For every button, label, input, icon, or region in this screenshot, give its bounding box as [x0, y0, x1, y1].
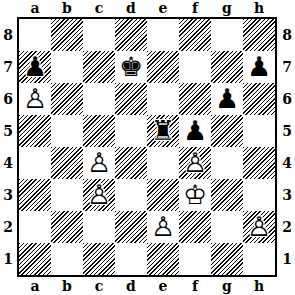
- square-e1[interactable]: [147, 243, 179, 275]
- rank-label-right-4: 4: [279, 147, 295, 179]
- rank-label-left-6: 6: [0, 83, 16, 115]
- file-labels-top: abcdefgh: [19, 0, 275, 16]
- rank-label-left-2: 2: [0, 211, 16, 243]
- square-d3[interactable]: [115, 179, 147, 211]
- square-b1[interactable]: [51, 243, 83, 275]
- piece-glyph: ♟: [243, 51, 275, 83]
- white-pawn-h2[interactable]: ♟♙: [243, 211, 275, 243]
- square-c8[interactable]: [83, 19, 115, 51]
- square-e4[interactable]: [147, 147, 179, 179]
- square-f5[interactable]: ♟: [179, 115, 211, 147]
- square-c7[interactable]: [83, 51, 115, 83]
- black-pawn-f5[interactable]: ♟: [179, 115, 211, 147]
- rank-label-right-8: 8: [279, 19, 295, 51]
- square-f4[interactable]: ♟♙: [179, 147, 211, 179]
- black-pawn-a7[interactable]: ♟: [19, 51, 51, 83]
- piece-glyph: ♟: [179, 115, 211, 147]
- square-h8[interactable]: [243, 19, 275, 51]
- square-h6[interactable]: [243, 83, 275, 115]
- piece-glyph: ♙: [243, 211, 275, 243]
- square-a1[interactable]: [19, 243, 51, 275]
- square-g4[interactable]: [211, 147, 243, 179]
- square-b4[interactable]: [51, 147, 83, 179]
- square-b3[interactable]: [51, 179, 83, 211]
- file-label-bottom-g: g: [211, 278, 243, 294]
- file-label-top-f: f: [179, 0, 211, 16]
- square-d1[interactable]: [115, 243, 147, 275]
- square-d5[interactable]: [115, 115, 147, 147]
- black-pawn-h7[interactable]: ♟: [243, 51, 275, 83]
- rank-label-right-7: 7: [279, 51, 295, 83]
- rank-label-left-7: 7: [0, 51, 16, 83]
- square-d2[interactable]: [115, 211, 147, 243]
- square-g2[interactable]: [211, 211, 243, 243]
- piece-glyph: ♟: [19, 51, 51, 83]
- file-label-bottom-a: a: [19, 278, 51, 294]
- piece-glyph: ♙: [83, 179, 115, 211]
- square-d4[interactable]: [115, 147, 147, 179]
- file-label-top-c: c: [83, 0, 115, 16]
- file-label-bottom-d: d: [115, 278, 147, 294]
- rank-label-left-8: 8: [0, 19, 16, 51]
- file-label-bottom-c: c: [83, 278, 115, 294]
- white-pawn-f4[interactable]: ♟♙: [179, 147, 211, 179]
- square-h7[interactable]: ♟: [243, 51, 275, 83]
- file-label-bottom-e: e: [147, 278, 179, 294]
- black-pawn-g6[interactable]: ♟: [211, 83, 243, 115]
- square-e8[interactable]: [147, 19, 179, 51]
- piece-glyph: ♙: [147, 211, 179, 243]
- rank-label-right-3: 3: [279, 179, 295, 211]
- square-h5[interactable]: [243, 115, 275, 147]
- square-b2[interactable]: [51, 211, 83, 243]
- square-g3[interactable]: [211, 179, 243, 211]
- square-h4[interactable]: [243, 147, 275, 179]
- square-g7[interactable]: [211, 51, 243, 83]
- square-h2[interactable]: ♟♙: [243, 211, 275, 243]
- square-b7[interactable]: [51, 51, 83, 83]
- white-pawn-a6[interactable]: ♟♙: [19, 83, 51, 115]
- file-label-bottom-h: h: [243, 278, 275, 294]
- rank-labels-left: 87654321: [0, 19, 16, 275]
- piece-glyph: ♙: [19, 83, 51, 115]
- square-e6[interactable]: [147, 83, 179, 115]
- file-label-top-g: g: [211, 0, 243, 16]
- file-label-top-d: d: [115, 0, 147, 16]
- piece-glyph: ♔: [179, 179, 211, 211]
- piece-glyph: ♟: [211, 83, 243, 115]
- square-c5[interactable]: [83, 115, 115, 147]
- square-a2[interactable]: [19, 211, 51, 243]
- square-a6[interactable]: ♟♙: [19, 83, 51, 115]
- file-label-top-h: h: [243, 0, 275, 16]
- square-f6[interactable]: [179, 83, 211, 115]
- rank-label-right-1: 1: [279, 243, 295, 275]
- file-label-top-a: a: [19, 0, 51, 16]
- square-c4[interactable]: ♟♙: [83, 147, 115, 179]
- square-f1[interactable]: [179, 243, 211, 275]
- square-c1[interactable]: [83, 243, 115, 275]
- piece-glyph: ♙: [179, 147, 211, 179]
- rank-label-right-2: 2: [279, 211, 295, 243]
- square-b8[interactable]: [51, 19, 83, 51]
- file-label-top-e: e: [147, 0, 179, 16]
- square-c6[interactable]: [83, 83, 115, 115]
- rank-labels-right: 87654321: [279, 19, 295, 275]
- square-a3[interactable]: [19, 179, 51, 211]
- square-a8[interactable]: [19, 19, 51, 51]
- square-f8[interactable]: [179, 19, 211, 51]
- square-b5[interactable]: [51, 115, 83, 147]
- square-b6[interactable]: [51, 83, 83, 115]
- white-pawn-e2[interactable]: ♟♙: [147, 211, 179, 243]
- white-pawn-c3[interactable]: ♟♙: [83, 179, 115, 211]
- square-e5[interactable]: ♜: [147, 115, 179, 147]
- file-label-bottom-b: b: [51, 278, 83, 294]
- chess-diagram: abcdefgh abcdefgh 87654321 87654321 ♟♚♟♟…: [0, 0, 295, 295]
- board: ♟♚♟♟♙♟♜♟♟♙♟♙♟♙♚♔♟♙♟♙: [17, 17, 277, 277]
- file-labels-bottom: abcdefgh: [19, 278, 275, 294]
- rank-label-left-3: 3: [0, 179, 16, 211]
- rank-label-right-6: 6: [279, 83, 295, 115]
- rank-label-left-1: 1: [0, 243, 16, 275]
- rank-label-right-5: 5: [279, 115, 295, 147]
- square-e2[interactable]: ♟♙: [147, 211, 179, 243]
- square-a5[interactable]: [19, 115, 51, 147]
- square-a4[interactable]: [19, 147, 51, 179]
- rank-label-left-4: 4: [0, 147, 16, 179]
- square-g5[interactable]: [211, 115, 243, 147]
- square-c3[interactable]: ♟♙: [83, 179, 115, 211]
- black-king-d7[interactable]: ♚: [115, 51, 147, 83]
- piece-glyph: ♚: [115, 51, 147, 83]
- square-g6[interactable]: ♟: [211, 83, 243, 115]
- rank-label-left-5: 5: [0, 115, 16, 147]
- square-e7[interactable]: [147, 51, 179, 83]
- square-e3[interactable]: [147, 179, 179, 211]
- square-d7[interactable]: ♚: [115, 51, 147, 83]
- file-label-top-b: b: [51, 0, 83, 16]
- square-h3[interactable]: [243, 179, 275, 211]
- white-king-f3[interactable]: ♚♔: [179, 179, 211, 211]
- white-pawn-c4[interactable]: ♟♙: [83, 147, 115, 179]
- square-d6[interactable]: [115, 83, 147, 115]
- square-d8[interactable]: [115, 19, 147, 51]
- square-f7[interactable]: [179, 51, 211, 83]
- square-h1[interactable]: [243, 243, 275, 275]
- piece-glyph: ♙: [83, 147, 115, 179]
- square-a7[interactable]: ♟: [19, 51, 51, 83]
- black-rook-e5[interactable]: ♜: [147, 115, 179, 147]
- square-f3[interactable]: ♚♔: [179, 179, 211, 211]
- square-g1[interactable]: [211, 243, 243, 275]
- square-g8[interactable]: [211, 19, 243, 51]
- file-label-bottom-f: f: [179, 278, 211, 294]
- square-f2[interactable]: [179, 211, 211, 243]
- piece-glyph: ♜: [147, 115, 179, 147]
- square-c2[interactable]: [83, 211, 115, 243]
